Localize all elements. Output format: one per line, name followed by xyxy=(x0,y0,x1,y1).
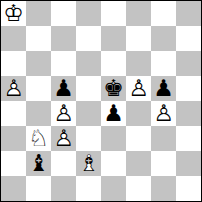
square-h3[interactable] xyxy=(176,126,201,151)
square-d8[interactable] xyxy=(76,1,101,26)
square-h7[interactable] xyxy=(176,26,201,51)
square-d5[interactable] xyxy=(76,76,101,101)
square-c6[interactable] xyxy=(51,51,76,76)
piece-black-king[interactable]: ♚ xyxy=(101,76,126,101)
black-pawn-icon: ♟ xyxy=(151,76,176,101)
board-grid: ♚♔♟♙♟♚♟♙♟♟♙♟♟♙♞♘♟♙♝♝♗ xyxy=(1,1,201,201)
square-a5[interactable]: ♟♙ xyxy=(1,76,26,101)
piece-black-pawn[interactable]: ♟ xyxy=(151,76,176,101)
square-b5[interactable] xyxy=(26,76,51,101)
black-pawn-icon: ♟ xyxy=(51,76,76,101)
square-e2[interactable] xyxy=(101,151,126,176)
square-a2[interactable] xyxy=(1,151,26,176)
square-d1[interactable] xyxy=(76,176,101,201)
white-king-icon: ♔ xyxy=(1,1,26,26)
white-bishop-icon: ♗ xyxy=(76,151,101,176)
piece-white-pawn[interactable]: ♟♙ xyxy=(126,76,151,101)
piece-black-pawn[interactable]: ♟ xyxy=(101,101,126,126)
square-f5[interactable]: ♟♙ xyxy=(126,76,151,101)
black-pawn-icon: ♟ xyxy=(101,101,126,126)
square-g4[interactable]: ♟♙ xyxy=(151,101,176,126)
square-g3[interactable] xyxy=(151,126,176,151)
square-c4[interactable]: ♟♙ xyxy=(51,101,76,126)
white-pawn-icon: ♙ xyxy=(51,126,76,151)
square-c8[interactable] xyxy=(51,1,76,26)
square-f6[interactable] xyxy=(126,51,151,76)
square-h2[interactable] xyxy=(176,151,201,176)
square-a3[interactable] xyxy=(1,126,26,151)
square-e4[interactable]: ♟ xyxy=(101,101,126,126)
square-h1[interactable] xyxy=(176,176,201,201)
square-g8[interactable] xyxy=(151,1,176,26)
square-a7[interactable] xyxy=(1,26,26,51)
square-g2[interactable] xyxy=(151,151,176,176)
square-a1[interactable] xyxy=(1,176,26,201)
square-c7[interactable] xyxy=(51,26,76,51)
square-e1[interactable] xyxy=(101,176,126,201)
square-e8[interactable] xyxy=(101,1,126,26)
black-king-icon: ♚ xyxy=(101,76,126,101)
piece-white-pawn[interactable]: ♟♙ xyxy=(151,101,176,126)
piece-black-pawn[interactable]: ♟ xyxy=(51,76,76,101)
square-c2[interactable] xyxy=(51,151,76,176)
square-g7[interactable] xyxy=(151,26,176,51)
white-knight-icon: ♘ xyxy=(26,126,51,151)
piece-white-bishop[interactable]: ♝♗ xyxy=(76,151,101,176)
square-c5[interactable]: ♟ xyxy=(51,76,76,101)
square-e6[interactable] xyxy=(101,51,126,76)
white-pawn-icon: ♙ xyxy=(51,101,76,126)
piece-white-pawn[interactable]: ♟♙ xyxy=(51,101,76,126)
square-d7[interactable] xyxy=(76,26,101,51)
square-d4[interactable] xyxy=(76,101,101,126)
square-g6[interactable] xyxy=(151,51,176,76)
square-c1[interactable] xyxy=(51,176,76,201)
square-g5[interactable]: ♟ xyxy=(151,76,176,101)
white-pawn-icon: ♙ xyxy=(1,76,26,101)
square-e3[interactable] xyxy=(101,126,126,151)
square-f3[interactable] xyxy=(126,126,151,151)
square-a8[interactable]: ♚♔ xyxy=(1,1,26,26)
white-pawn-icon: ♙ xyxy=(126,76,151,101)
square-a6[interactable] xyxy=(1,51,26,76)
square-h6[interactable] xyxy=(176,51,201,76)
square-f8[interactable] xyxy=(126,1,151,26)
square-e7[interactable] xyxy=(101,26,126,51)
white-pawn-icon: ♙ xyxy=(151,101,176,126)
square-h5[interactable] xyxy=(176,76,201,101)
piece-black-bishop[interactable]: ♝ xyxy=(26,151,51,176)
square-f4[interactable] xyxy=(126,101,151,126)
square-d2[interactable]: ♝♗ xyxy=(76,151,101,176)
square-d3[interactable] xyxy=(76,126,101,151)
piece-white-pawn[interactable]: ♟♙ xyxy=(51,126,76,151)
square-f1[interactable] xyxy=(126,176,151,201)
square-f2[interactable] xyxy=(126,151,151,176)
square-b7[interactable] xyxy=(26,26,51,51)
square-h8[interactable] xyxy=(176,1,201,26)
piece-white-pawn[interactable]: ♟♙ xyxy=(1,76,26,101)
square-e5[interactable]: ♚ xyxy=(101,76,126,101)
square-h4[interactable] xyxy=(176,101,201,126)
square-f7[interactable] xyxy=(126,26,151,51)
square-g1[interactable] xyxy=(151,176,176,201)
square-a4[interactable] xyxy=(1,101,26,126)
square-c3[interactable]: ♟♙ xyxy=(51,126,76,151)
square-b2[interactable]: ♝ xyxy=(26,151,51,176)
square-b1[interactable] xyxy=(26,176,51,201)
black-bishop-icon: ♝ xyxy=(26,151,51,176)
square-b8[interactable] xyxy=(26,1,51,26)
square-b6[interactable] xyxy=(26,51,51,76)
chess-board: ♚♔♟♙♟♚♟♙♟♟♙♟♟♙♞♘♟♙♝♝♗ xyxy=(0,0,202,202)
square-b3[interactable]: ♞♘ xyxy=(26,126,51,151)
piece-white-knight[interactable]: ♞♘ xyxy=(26,126,51,151)
piece-white-king[interactable]: ♚♔ xyxy=(1,1,26,26)
square-d6[interactable] xyxy=(76,51,101,76)
square-b4[interactable] xyxy=(26,101,51,126)
